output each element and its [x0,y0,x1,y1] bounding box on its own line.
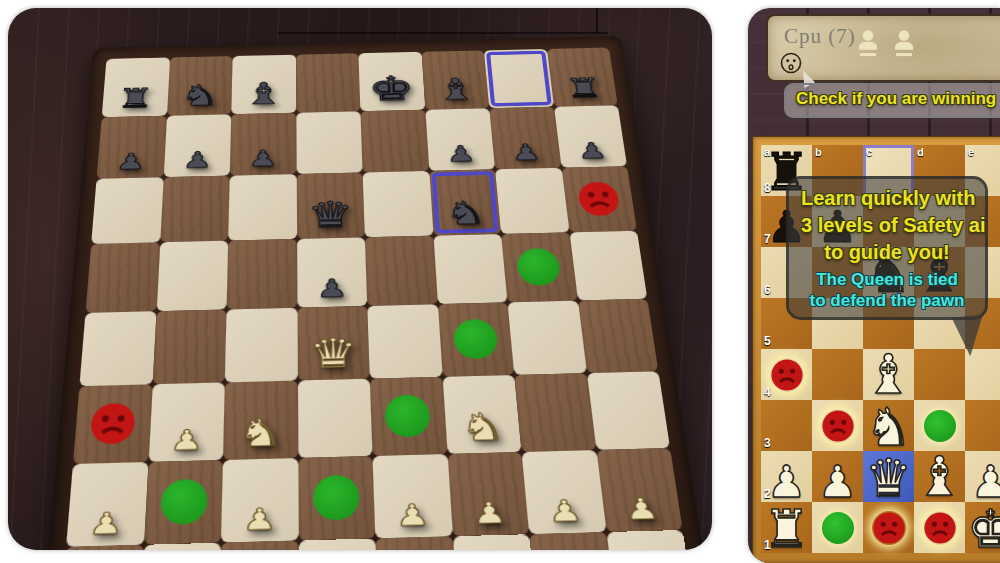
black-pawn-a7[interactable]: ♟ [115,150,146,173]
white-bishop-d2[interactable]: ♝ [915,450,963,504]
square2d-c2[interactable]: ♛ [863,451,914,502]
square-b7[interactable]: ♟ [163,114,231,177]
unsafe-move-face-b3[interactable] [821,409,855,443]
square-f4[interactable] [437,302,514,376]
white-bishop-c4[interactable]: ♝ [864,348,912,402]
rank-label-8: 8 [764,181,771,195]
square2d-e1[interactable]: ♚ [965,502,1000,553]
black-queen-d6[interactable]: ♛ [307,196,354,233]
square-e1[interactable]: ♚ [375,536,458,550]
black-pawn-c7[interactable]: ♟ [248,147,278,170]
rank-label-7: 7 [764,232,771,246]
white-knight-c3[interactable]: ♞ [865,401,912,453]
black-rook-a8[interactable]: ♜ [116,85,154,112]
square-d3[interactable] [297,379,372,458]
square-h2[interactable]: ♟ [596,448,683,532]
square-g1[interactable] [529,532,617,550]
square-e2[interactable]: ♟ [372,454,452,538]
square-h5[interactable] [569,231,647,301]
safe-move-dot-d3[interactable] [924,410,956,442]
square-g5[interactable] [501,232,577,302]
white-pawn-b3[interactable]: ♟ [169,426,203,455]
person-icon [890,28,918,60]
wood-plank-seam [596,8,598,34]
square-g8[interactable] [484,49,554,108]
learn-bubble: Learn quickly with 3 levels of Safety ai… [786,176,988,320]
safe-move-dot-d2[interactable] [313,475,360,521]
square2d-a4[interactable]: 4 [761,349,812,400]
square-h1[interactable]: ♜ [606,530,696,550]
square-f7[interactable]: ♟ [425,108,495,171]
black-king-e8[interactable]: ♚ [368,72,415,106]
square-g2[interactable]: ♟ [522,450,606,534]
square2d-b1[interactable] [812,502,863,553]
white-queen-c2[interactable]: ♛ [865,452,912,504]
file-label-d: d [917,146,924,158]
square-f5[interactable] [433,234,507,304]
last-move-square-g8 [486,51,551,107]
black-pawn-f7[interactable]: ♟ [445,143,476,166]
square-c4[interactable] [225,308,298,383]
square-b3[interactable]: ♟ [148,382,225,462]
square-a4[interactable] [79,311,156,386]
square-g6[interactable] [495,168,569,234]
safe-move-dot-g5[interactable] [516,248,562,286]
white-pawn-g2[interactable]: ♟ [547,496,584,526]
square2d-b2[interactable]: ♟ [812,451,863,502]
game-table-panel: ♜♞♝♚♝♜♟♟♟♟♟♟♛♞♟♛♟♞♞♟♟♟♟♟♟♜♝♚♝♜ [8,8,712,550]
square-a5[interactable] [85,242,159,313]
square-b4[interactable] [152,309,226,384]
white-pawn-e2[interactable]: ♟ [395,500,430,530]
board-frame: ♜♞♝♚♝♜♟♟♟♟♟♟♛♞♟♛♟♞♞♟♟♟♟♟♟♜♝♚♝♜ [39,36,712,550]
learn-bubble-subline: to defend the pawn [789,290,985,311]
white-pawn-c2[interactable]: ♟ [243,504,277,535]
white-pawn-a2[interactable]: ♟ [88,508,124,539]
square-e5[interactable] [365,236,438,306]
square-c3[interactable]: ♞ [223,381,298,460]
square2d-d2[interactable]: ♝ [914,451,965,502]
black-knight-b8[interactable]: ♞ [180,81,220,110]
safe-move-dot-e3[interactable] [385,394,432,437]
black-bishop-f8[interactable]: ♝ [434,74,477,104]
square-b6[interactable] [160,176,230,243]
square-c8[interactable]: ♝ [231,55,296,115]
square2d-c4[interactable]: ♝ [863,349,914,400]
square2d-e2[interactable]: ♟ [965,451,1000,502]
white-knight-c3[interactable]: ♞ [238,414,283,453]
square2d-a1[interactable]: 1♜ [761,502,812,553]
square-g7[interactable]: ♟ [489,107,561,170]
learn-bubble-line: Learn quickly with [789,185,985,212]
black-rook-h8[interactable]: ♜ [564,75,603,102]
square-d5[interactable]: ♟ [297,237,368,307]
rank-label-6: 6 [764,283,771,297]
square-a3[interactable] [73,384,152,464]
white-queen-d4[interactable]: ♛ [308,332,358,373]
square2d-e3[interactable] [965,400,1000,451]
safe-move-dot-b2[interactable] [160,479,208,525]
square-h7[interactable]: ♟ [554,105,628,167]
hint-bubble: Check if you are winning [784,83,1000,118]
square-b5[interactable] [156,241,228,312]
safe-move-dot-f4[interactable] [452,319,498,360]
black-pawn-h7[interactable]: ♟ [576,139,608,162]
white-knight-f3[interactable]: ♞ [459,408,506,447]
rank-label-4: 4 [764,385,771,399]
unsafe-move-face-a3[interactable] [88,401,138,447]
white-pawn-h2[interactable]: ♟ [622,494,660,524]
rank-label-5: 5 [764,334,771,348]
learn-bubble-line: 3 levels of Safety aids [789,212,985,239]
white-king-e1[interactable]: ♚ [967,503,1000,555]
square2d-a3[interactable]: 3 [761,400,812,451]
unsafe-move-face-a4[interactable] [770,358,804,392]
safe-move-dot-b1[interactable] [822,512,854,544]
square-g4[interactable] [507,301,586,375]
file-label-c: c [866,146,872,158]
square-c1[interactable]: ♝ [219,541,299,550]
square-f8[interactable]: ♝ [421,50,489,109]
square-h6[interactable] [561,166,637,232]
square-d7[interactable] [296,111,363,174]
square-d2[interactable] [298,456,376,541]
square2d-d3[interactable] [914,400,965,451]
black-pawn-g7[interactable]: ♟ [511,141,543,164]
square-g3[interactable] [514,373,596,452]
square-e8[interactable]: ♚ [358,52,424,111]
square-h8[interactable]: ♜ [546,48,617,107]
square-f3[interactable]: ♞ [442,375,521,454]
square-b8[interactable]: ♞ [166,56,232,116]
square-a6[interactable] [91,177,163,244]
square-d1[interactable] [298,538,378,550]
unsafe-move-face-d1[interactable] [923,511,957,545]
square2d-b4[interactable] [812,349,863,400]
white-pawn-a2[interactable]: ♟ [767,460,806,504]
main-chess-board-3d: ♜♞♝♚♝♜♟♟♟♟♟♟♛♞♟♛♟♞♞♟♟♟♟♟♟♜♝♚♝♜ [39,36,712,550]
unsafe-move-face-h6[interactable] [575,180,623,218]
square-c6[interactable] [228,174,296,241]
square-f6[interactable]: ♞ [429,169,501,235]
black-bishop-c8[interactable]: ♝ [243,78,284,108]
square-d8[interactable] [296,53,361,112]
rank-label-1: 1 [764,538,771,552]
tutorial-side-panel: Cpu (7) Check if you are winning a8♜bcde… [748,8,1000,563]
learn-bubble-subline: The Queen is tied [789,269,985,290]
square2d-d1[interactable] [914,502,965,553]
square-b1[interactable] [139,543,221,550]
square2d-a2[interactable]: 2♟ [761,451,812,502]
white-pawn-e2[interactable]: ♟ [971,460,1000,504]
square-h3[interactable] [586,371,670,450]
white-pawn-b2[interactable]: ♟ [818,460,857,504]
square2d-c1[interactable] [863,502,914,553]
square-d4[interactable]: ♛ [297,306,370,381]
square-f1[interactable]: ♝ [452,534,537,550]
square-e4[interactable] [367,304,442,379]
unsafe-move-face-c1[interactable] [872,511,906,545]
square-h4[interactable] [577,299,658,373]
worried-face-icon [780,52,802,74]
square-f2[interactable]: ♟ [447,452,529,536]
rank-label-2: 2 [764,487,771,501]
file-label-e: e [968,146,974,158]
square2d-b3[interactable] [812,400,863,451]
square-e6[interactable] [363,171,433,237]
square-e7[interactable] [360,110,428,173]
black-pawn-b7[interactable]: ♟ [182,149,212,172]
cpu-player-label: Cpu (7) [784,24,856,49]
file-label-a: a [764,146,770,158]
square-c2[interactable]: ♟ [221,458,298,543]
file-label-b: b [815,146,822,158]
square-c5[interactable] [227,239,297,309]
square-b2[interactable] [144,460,223,545]
hint-bubble-text: Check if you are winning [786,85,996,109]
black-pawn-d5[interactable]: ♟ [316,276,348,301]
square-a2[interactable]: ♟ [66,462,148,547]
wood-plank-seam [278,32,608,34]
white-pawn-f2[interactable]: ♟ [471,498,507,528]
square-d6[interactable]: ♛ [296,172,365,238]
square2d-c3[interactable]: ♞ [863,400,914,451]
square-e3[interactable] [370,377,447,456]
square-a7[interactable]: ♟ [97,116,167,179]
square-c7[interactable]: ♟ [230,113,296,176]
black-knight-f6[interactable]: ♞ [444,197,487,229]
learn-bubble-line: to guide you! [789,239,985,266]
rank-label-3: 3 [764,436,771,450]
selection-ring-c1 [222,548,296,550]
square-a8[interactable]: ♜ [102,57,170,117]
square2d-e4[interactable] [965,349,1000,400]
person-icon [854,28,882,60]
board-squares-grid: ♜♞♝♚♝♜♟♟♟♟♟♟♛♞♟♛♟♞♞♟♟♟♟♟♟♜♝♚♝♜ [59,48,696,550]
